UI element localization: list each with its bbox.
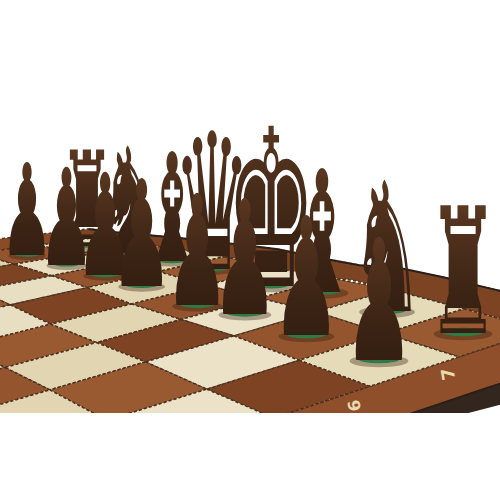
photo-crop-whitespace (0, 413, 500, 500)
piece-glyph-pawn: ♟ (212, 166, 278, 351)
piece-dark-pawn-f7: ♟ (212, 166, 278, 351)
piece-dark-rook-h8: ♜ (427, 171, 499, 374)
chess-set-photo: 76 ♜♞♟♝♟♛♟♟♚♝♟♞♟♜♟♟ (0, 0, 500, 500)
piece-dark-pawn-d7: ♟ (111, 148, 172, 320)
piece-dark-pawn-h7: ♟ (344, 203, 414, 400)
piece-glyph-rook: ♜ (427, 171, 499, 374)
chess-board-scene: 76 ♜♞♟♝♟♛♟♟♚♝♟♞♟♜♟♟ (0, 0, 500, 500)
piece-dark-pawn-g7: ♟ (273, 183, 341, 374)
piece-glyph-pawn: ♟ (344, 203, 414, 400)
piece-glyph-pawn: ♟ (273, 183, 341, 374)
piece-glyph-pawn: ♟ (111, 148, 172, 320)
